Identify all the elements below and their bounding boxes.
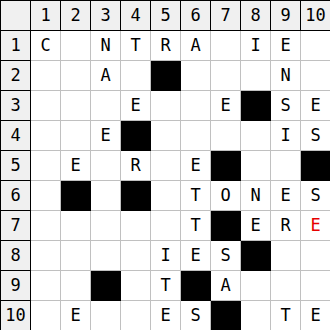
grid-cell-r9c8[interactable] bbox=[241, 271, 271, 301]
grid-cell-r9c10[interactable] bbox=[301, 271, 330, 301]
grid-cell-r5c9[interactable] bbox=[271, 151, 301, 181]
grid-cell-r9c2[interactable] bbox=[61, 271, 91, 301]
row-header-10: 10 bbox=[1, 301, 31, 330]
grid-cell-r7c4[interactable] bbox=[121, 211, 151, 241]
grid-cell-r5c1[interactable] bbox=[31, 151, 61, 181]
block-cell-r7c7 bbox=[211, 211, 241, 241]
crossword-board: 123456789101CNTRAIE2AN3EESE4EIS5ERE6TONE… bbox=[0, 0, 330, 330]
grid-cell-r1c1[interactable]: C bbox=[31, 31, 61, 61]
row-header-2: 2 bbox=[1, 61, 31, 91]
grid-cell-r8c1[interactable] bbox=[31, 241, 61, 271]
grid-cell-r6c6[interactable]: T bbox=[181, 181, 211, 211]
grid-cell-r3c2[interactable] bbox=[61, 91, 91, 121]
grid-cell-r6c5[interactable] bbox=[151, 181, 181, 211]
col-header-10: 10 bbox=[301, 1, 330, 31]
grid-cell-r4c1[interactable] bbox=[31, 121, 61, 151]
grid-cell-r8c7[interactable]: S bbox=[211, 241, 241, 271]
grid-cell-r10c5[interactable]: E bbox=[151, 301, 181, 330]
col-header-3: 3 bbox=[91, 1, 121, 31]
col-header-8: 8 bbox=[241, 1, 271, 31]
grid-cell-r3c3[interactable] bbox=[91, 91, 121, 121]
block-cell-r10c7 bbox=[211, 301, 241, 330]
block-cell-r9c3 bbox=[91, 271, 121, 301]
grid-cell-r6c3[interactable] bbox=[91, 181, 121, 211]
corner-cell bbox=[1, 1, 31, 31]
grid-cell-r2c8[interactable] bbox=[241, 61, 271, 91]
row-header-7: 7 bbox=[1, 211, 31, 241]
grid-cell-r9c4[interactable] bbox=[121, 271, 151, 301]
grid-cell-r3c1[interactable] bbox=[31, 91, 61, 121]
grid-cell-r10c9[interactable]: T bbox=[271, 301, 301, 330]
grid-cell-r2c7[interactable] bbox=[211, 61, 241, 91]
grid-cell-r3c5[interactable] bbox=[151, 91, 181, 121]
row-header-5: 5 bbox=[1, 151, 31, 181]
grid-cell-r2c2[interactable] bbox=[61, 61, 91, 91]
grid-cell-r2c3[interactable]: A bbox=[91, 61, 121, 91]
grid-cell-r5c4[interactable]: R bbox=[121, 151, 151, 181]
grid-cell-r10c4[interactable] bbox=[121, 301, 151, 330]
grid-cell-r8c5[interactable]: I bbox=[151, 241, 181, 271]
grid-cell-r7c6[interactable]: T bbox=[181, 211, 211, 241]
grid-cell-r4c3[interactable]: E bbox=[91, 121, 121, 151]
grid-cell-r2c1[interactable] bbox=[31, 61, 61, 91]
grid-cell-r1c3[interactable]: N bbox=[91, 31, 121, 61]
grid-cell-r3c6[interactable] bbox=[181, 91, 211, 121]
grid-cell-r7c10[interactable]: E bbox=[301, 211, 330, 241]
grid-cell-r5c3[interactable] bbox=[91, 151, 121, 181]
grid-cell-r8c3[interactable] bbox=[91, 241, 121, 271]
block-cell-r2c5 bbox=[151, 61, 181, 91]
grid-cell-r1c8[interactable]: I bbox=[241, 31, 271, 61]
grid-cell-r5c6[interactable]: E bbox=[181, 151, 211, 181]
grid-cell-r3c4[interactable]: E bbox=[121, 91, 151, 121]
row-header-1: 1 bbox=[1, 31, 31, 61]
grid-cell-r2c6[interactable] bbox=[181, 61, 211, 91]
grid-cell-r3c10[interactable]: E bbox=[301, 91, 330, 121]
grid-cell-r7c9[interactable]: R bbox=[271, 211, 301, 241]
grid-cell-r1c6[interactable]: A bbox=[181, 31, 211, 61]
grid-cell-r2c4[interactable] bbox=[121, 61, 151, 91]
block-cell-r6c2 bbox=[61, 181, 91, 211]
col-header-7: 7 bbox=[211, 1, 241, 31]
grid-cell-r2c10[interactable] bbox=[301, 61, 330, 91]
grid-cell-r10c3[interactable] bbox=[91, 301, 121, 330]
row-header-3: 3 bbox=[1, 91, 31, 121]
grid-cell-r6c8[interactable]: N bbox=[241, 181, 271, 211]
grid-cell-r4c7[interactable] bbox=[211, 121, 241, 151]
grid-cell-r9c7[interactable]: A bbox=[211, 271, 241, 301]
grid-cell-r7c5[interactable] bbox=[151, 211, 181, 241]
grid-cell-r10c1[interactable] bbox=[31, 301, 61, 330]
col-header-5: 5 bbox=[151, 1, 181, 31]
block-cell-r5c7 bbox=[211, 151, 241, 181]
grid-cell-r1c2[interactable] bbox=[61, 31, 91, 61]
block-cell-r8c8 bbox=[241, 241, 271, 271]
grid-cell-r8c10[interactable] bbox=[301, 241, 330, 271]
grid-cell-r1c4[interactable]: T bbox=[121, 31, 151, 61]
col-header-9: 9 bbox=[271, 1, 301, 31]
grid-cell-r4c8[interactable] bbox=[241, 121, 271, 151]
grid-cell-r10c10[interactable]: E bbox=[301, 301, 330, 330]
grid-cell-r7c8[interactable]: E bbox=[241, 211, 271, 241]
grid-cell-r1c9[interactable]: E bbox=[271, 31, 301, 61]
block-cell-r4c4 bbox=[121, 121, 151, 151]
grid-cell-r6c9[interactable]: E bbox=[271, 181, 301, 211]
grid-cell-r1c10[interactable] bbox=[301, 31, 330, 61]
grid-cell-r8c4[interactable] bbox=[121, 241, 151, 271]
grid-cell-r3c7[interactable]: E bbox=[211, 91, 241, 121]
grid-cell-r6c1[interactable] bbox=[31, 181, 61, 211]
grid-cell-r1c5[interactable]: R bbox=[151, 31, 181, 61]
grid-cell-r4c9[interactable]: I bbox=[271, 121, 301, 151]
grid-cell-r4c2[interactable] bbox=[61, 121, 91, 151]
grid-cell-r8c2[interactable] bbox=[61, 241, 91, 271]
grid-cell-r10c2[interactable]: E bbox=[61, 301, 91, 330]
grid-cell-r5c2[interactable]: E bbox=[61, 151, 91, 181]
block-cell-r3c8 bbox=[241, 91, 271, 121]
grid-cell-r9c5[interactable]: T bbox=[151, 271, 181, 301]
grid-cell-r9c1[interactable] bbox=[31, 271, 61, 301]
block-cell-r9c6 bbox=[181, 271, 211, 301]
grid-cell-r9c9[interactable] bbox=[271, 271, 301, 301]
block-cell-r5c10 bbox=[301, 151, 330, 181]
grid-cell-r8c6[interactable]: E bbox=[181, 241, 211, 271]
block-cell-r6c4 bbox=[121, 181, 151, 211]
col-header-1: 1 bbox=[31, 1, 61, 31]
grid-cell-r7c2[interactable] bbox=[61, 211, 91, 241]
grid-cell-r3c9[interactable]: S bbox=[271, 91, 301, 121]
grid-cell-r1c7[interactable] bbox=[211, 31, 241, 61]
grid-cell-r5c5[interactable] bbox=[151, 151, 181, 181]
grid-cell-r2c9[interactable]: N bbox=[271, 61, 301, 91]
col-header-2: 2 bbox=[61, 1, 91, 31]
grid-cell-r4c10[interactable]: S bbox=[301, 121, 330, 151]
grid-cell-r7c3[interactable] bbox=[91, 211, 121, 241]
row-header-8: 8 bbox=[1, 241, 31, 271]
grid-cell-r6c7[interactable]: O bbox=[211, 181, 241, 211]
grid-cell-r10c8[interactable] bbox=[241, 301, 271, 330]
row-header-4: 4 bbox=[1, 121, 31, 151]
col-header-4: 4 bbox=[121, 1, 151, 31]
grid-cell-r10c6[interactable]: S bbox=[181, 301, 211, 330]
grid-cell-r7c1[interactable] bbox=[31, 211, 61, 241]
grid-cell-r6c10[interactable]: S bbox=[301, 181, 330, 211]
grid-cell-r8c9[interactable] bbox=[271, 241, 301, 271]
grid-cell-r4c5[interactable] bbox=[151, 121, 181, 151]
row-header-9: 9 bbox=[1, 271, 31, 301]
row-header-6: 6 bbox=[1, 181, 31, 211]
grid-cell-r5c8[interactable] bbox=[241, 151, 271, 181]
col-header-6: 6 bbox=[181, 1, 211, 31]
grid-cell-r4c6[interactable] bbox=[181, 121, 211, 151]
